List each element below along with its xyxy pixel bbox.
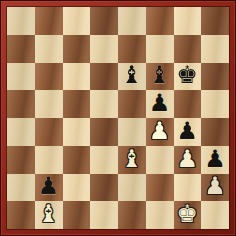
square-c6[interactable] [63, 63, 91, 91]
square-d1[interactable] [90, 201, 118, 229]
square-f7[interactable] [146, 35, 174, 63]
square-d6[interactable] [90, 63, 118, 91]
square-h1[interactable] [201, 201, 229, 229]
square-f8[interactable] [146, 7, 174, 35]
chess-board: ♝♝♚♟♟♟♝♟♟♟♟♝♚ [7, 7, 229, 229]
square-e7[interactable] [118, 35, 146, 63]
square-c5[interactable] [63, 90, 91, 118]
square-b7[interactable] [35, 35, 63, 63]
square-a8[interactable] [7, 7, 35, 35]
chess-board-frame: ♝♝♚♟♟♟♝♟♟♟♟♝♚ [0, 0, 236, 236]
square-d3[interactable] [90, 146, 118, 174]
square-a1[interactable] [7, 201, 35, 229]
square-g8[interactable] [174, 7, 202, 35]
square-d7[interactable] [90, 35, 118, 63]
black-king-g6[interactable]: ♚ [177, 63, 199, 87]
square-a3[interactable] [7, 146, 35, 174]
square-d2[interactable] [90, 174, 118, 202]
square-h3[interactable]: ♟ [201, 146, 229, 174]
square-f2[interactable] [146, 174, 174, 202]
square-c4[interactable] [63, 118, 91, 146]
square-b1[interactable]: ♝ [35, 201, 63, 229]
square-c3[interactable] [63, 146, 91, 174]
square-f1[interactable] [146, 201, 174, 229]
black-pawn-g4[interactable]: ♟ [177, 119, 199, 143]
square-b3[interactable] [35, 146, 63, 174]
square-e1[interactable] [118, 201, 146, 229]
white-pawn-f4[interactable]: ♟ [149, 119, 171, 143]
square-a6[interactable] [7, 63, 35, 91]
square-e5[interactable] [118, 90, 146, 118]
square-e2[interactable] [118, 174, 146, 202]
square-f4[interactable]: ♟ [146, 118, 174, 146]
black-bishop-e6[interactable]: ♝ [121, 63, 143, 87]
square-h6[interactable] [201, 63, 229, 91]
white-king-g1[interactable]: ♚ [177, 202, 199, 226]
square-b4[interactable] [35, 118, 63, 146]
square-b5[interactable] [35, 90, 63, 118]
square-h5[interactable] [201, 90, 229, 118]
square-g7[interactable] [174, 35, 202, 63]
square-b2[interactable]: ♟ [35, 174, 63, 202]
square-b8[interactable] [35, 7, 63, 35]
square-g4[interactable]: ♟ [174, 118, 202, 146]
square-a2[interactable] [7, 174, 35, 202]
square-a5[interactable] [7, 90, 35, 118]
square-g3[interactable]: ♟ [174, 146, 202, 174]
black-pawn-h3[interactable]: ♟ [204, 147, 226, 171]
square-g1[interactable]: ♚ [174, 201, 202, 229]
square-c2[interactable] [63, 174, 91, 202]
square-e8[interactable] [118, 7, 146, 35]
square-c7[interactable] [63, 35, 91, 63]
white-bishop-b1[interactable]: ♝ [38, 202, 60, 226]
black-bishop-f6[interactable]: ♝ [149, 63, 171, 87]
square-f3[interactable] [146, 146, 174, 174]
square-f6[interactable]: ♝ [146, 63, 174, 91]
white-pawn-g3[interactable]: ♟ [177, 147, 199, 171]
square-a4[interactable] [7, 118, 35, 146]
square-b6[interactable] [35, 63, 63, 91]
square-d8[interactable] [90, 7, 118, 35]
square-e6[interactable]: ♝ [118, 63, 146, 91]
square-e4[interactable] [118, 118, 146, 146]
square-h7[interactable] [201, 35, 229, 63]
square-c1[interactable] [63, 201, 91, 229]
white-bishop-e3[interactable]: ♝ [121, 147, 143, 171]
square-g2[interactable] [174, 174, 202, 202]
square-e3[interactable]: ♝ [118, 146, 146, 174]
white-pawn-h2[interactable]: ♟ [204, 174, 226, 198]
square-d4[interactable] [90, 118, 118, 146]
square-f5[interactable]: ♟ [146, 90, 174, 118]
square-h8[interactable] [201, 7, 229, 35]
square-h4[interactable] [201, 118, 229, 146]
black-pawn-b2[interactable]: ♟ [38, 174, 60, 198]
square-d5[interactable] [90, 90, 118, 118]
black-pawn-f5[interactable]: ♟ [149, 91, 171, 115]
square-c8[interactable] [63, 7, 91, 35]
square-a7[interactable] [7, 35, 35, 63]
square-h2[interactable]: ♟ [201, 174, 229, 202]
square-g6[interactable]: ♚ [174, 63, 202, 91]
square-g5[interactable] [174, 90, 202, 118]
